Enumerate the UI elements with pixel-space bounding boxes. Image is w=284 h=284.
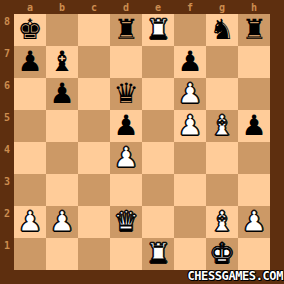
square-h6[interactable] — [238, 78, 270, 110]
square-a6[interactable] — [14, 78, 46, 110]
chess-board: ♚♜♜♞♜♟♝♟♟♛♟♟♟♝♟♟♟♟♛♝♟♜♚ — [14, 14, 270, 270]
square-d3[interactable] — [110, 174, 142, 206]
square-c4[interactable] — [78, 142, 110, 174]
square-c2[interactable] — [78, 206, 110, 238]
square-f1[interactable] — [174, 238, 206, 270]
file-label-e: e — [142, 0, 174, 14]
square-g7[interactable] — [206, 46, 238, 78]
square-g4[interactable] — [206, 142, 238, 174]
square-h3[interactable] — [238, 174, 270, 206]
file-label-c: c — [78, 0, 110, 14]
file-labels: abcdefgh — [14, 0, 270, 14]
square-g1[interactable]: ♚ — [206, 238, 238, 270]
square-c6[interactable] — [78, 78, 110, 110]
black-pawn: ♟ — [238, 110, 270, 142]
black-rook: ♜ — [238, 14, 270, 46]
square-e7[interactable] — [142, 46, 174, 78]
file-label-h: h — [238, 0, 270, 14]
square-f6[interactable]: ♟ — [174, 78, 206, 110]
black-rook: ♜ — [110, 14, 142, 46]
square-f4[interactable] — [174, 142, 206, 174]
black-king: ♚ — [14, 14, 46, 46]
square-f2[interactable] — [174, 206, 206, 238]
square-a1[interactable] — [14, 238, 46, 270]
black-queen: ♛ — [110, 78, 142, 110]
square-h2[interactable]: ♟ — [238, 206, 270, 238]
square-b7[interactable]: ♝ — [46, 46, 78, 78]
white-bishop: ♝ — [206, 206, 238, 238]
white-pawn: ♟ — [110, 142, 142, 174]
file-label-g: g — [206, 0, 238, 14]
black-pawn: ♟ — [110, 110, 142, 142]
black-pawn: ♟ — [14, 46, 46, 78]
rank-label-4: 4 — [0, 142, 14, 174]
square-a7[interactable]: ♟ — [14, 46, 46, 78]
square-b3[interactable] — [46, 174, 78, 206]
square-e5[interactable] — [142, 110, 174, 142]
square-f8[interactable] — [174, 14, 206, 46]
square-g8[interactable]: ♞ — [206, 14, 238, 46]
file-label-f: f — [174, 0, 206, 14]
square-b6[interactable]: ♟ — [46, 78, 78, 110]
white-pawn: ♟ — [46, 206, 78, 238]
black-bishop: ♝ — [46, 46, 78, 78]
square-h4[interactable] — [238, 142, 270, 174]
white-pawn: ♟ — [14, 206, 46, 238]
square-e1[interactable]: ♜ — [142, 238, 174, 270]
rank-label-5: 5 — [0, 110, 14, 142]
square-b2[interactable]: ♟ — [46, 206, 78, 238]
square-a4[interactable] — [14, 142, 46, 174]
file-label-a: a — [14, 0, 46, 14]
white-bishop: ♝ — [206, 110, 238, 142]
square-d7[interactable] — [110, 46, 142, 78]
square-f7[interactable]: ♟ — [174, 46, 206, 78]
white-queen: ♛ — [110, 206, 142, 238]
rank-label-6: 6 — [0, 78, 14, 110]
square-e4[interactable] — [142, 142, 174, 174]
square-b8[interactable] — [46, 14, 78, 46]
rank-label-8: 8 — [0, 14, 14, 46]
square-e2[interactable] — [142, 206, 174, 238]
square-d8[interactable]: ♜ — [110, 14, 142, 46]
chess-board-frame: abcdefgh 87654321 ♚♜♜♞♜♟♝♟♟♛♟♟♟♝♟♟♟♟♛♝♟♜… — [0, 0, 284, 284]
file-label-d: d — [110, 0, 142, 14]
square-c7[interactable] — [78, 46, 110, 78]
white-pawn: ♟ — [238, 206, 270, 238]
square-d2[interactable]: ♛ — [110, 206, 142, 238]
square-c3[interactable] — [78, 174, 110, 206]
square-d6[interactable]: ♛ — [110, 78, 142, 110]
square-b5[interactable] — [46, 110, 78, 142]
square-g2[interactable]: ♝ — [206, 206, 238, 238]
rank-label-2: 2 — [0, 206, 14, 238]
square-c1[interactable] — [78, 238, 110, 270]
black-knight: ♞ — [206, 14, 238, 46]
square-h7[interactable] — [238, 46, 270, 78]
black-pawn: ♟ — [174, 46, 206, 78]
square-h1[interactable] — [238, 238, 270, 270]
square-c8[interactable] — [78, 14, 110, 46]
square-a8[interactable]: ♚ — [14, 14, 46, 46]
rank-label-1: 1 — [0, 238, 14, 270]
square-f5[interactable]: ♟ — [174, 110, 206, 142]
rank-label-7: 7 — [0, 46, 14, 78]
square-e3[interactable] — [142, 174, 174, 206]
square-g5[interactable]: ♝ — [206, 110, 238, 142]
square-b4[interactable] — [46, 142, 78, 174]
rank-label-3: 3 — [0, 174, 14, 206]
square-d4[interactable]: ♟ — [110, 142, 142, 174]
square-e8[interactable]: ♜ — [142, 14, 174, 46]
square-d5[interactable]: ♟ — [110, 110, 142, 142]
chessgames-watermark: CHESSGAMES.COM — [187, 269, 283, 283]
square-g6[interactable] — [206, 78, 238, 110]
white-pawn: ♟ — [174, 78, 206, 110]
black-pawn: ♟ — [46, 78, 78, 110]
square-h8[interactable]: ♜ — [238, 14, 270, 46]
square-b1[interactable] — [46, 238, 78, 270]
square-c5[interactable] — [78, 110, 110, 142]
white-rook: ♜ — [142, 238, 174, 270]
square-h5[interactable]: ♟ — [238, 110, 270, 142]
white-pawn: ♟ — [174, 110, 206, 142]
square-a2[interactable]: ♟ — [14, 206, 46, 238]
white-king: ♚ — [206, 238, 238, 270]
square-e6[interactable] — [142, 78, 174, 110]
square-a5[interactable] — [14, 110, 46, 142]
white-rook: ♜ — [142, 14, 174, 46]
square-f3[interactable] — [174, 174, 206, 206]
square-g3[interactable] — [206, 174, 238, 206]
square-a3[interactable] — [14, 174, 46, 206]
file-label-b: b — [46, 0, 78, 14]
rank-labels: 87654321 — [0, 14, 14, 270]
square-d1[interactable] — [110, 238, 142, 270]
